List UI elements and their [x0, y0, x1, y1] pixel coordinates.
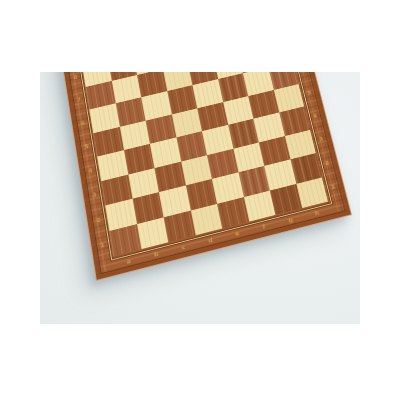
chess-board: abcdefgh abcdefgh 87654321 87654321 [60, 72, 352, 281]
board-squares [82, 72, 328, 256]
board-shadow-wrap: abcdefgh abcdefgh 87654321 87654321 [40, 72, 360, 324]
board-photo: abcdefgh abcdefgh 87654321 87654321 [40, 72, 360, 324]
page: abcdefgh abcdefgh 87654321 87654321 [0, 0, 400, 400]
